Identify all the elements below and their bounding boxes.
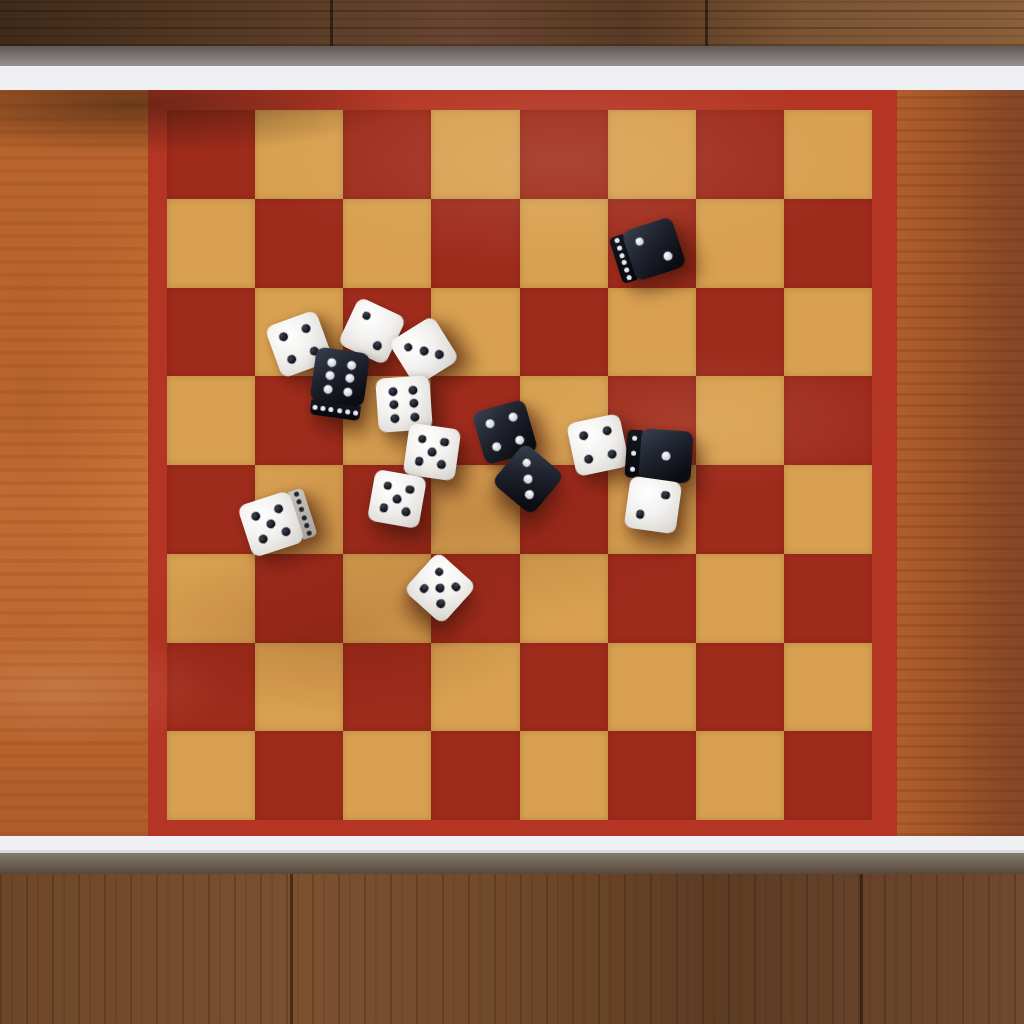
- die-white-5[interactable]: [237, 490, 305, 558]
- side-pip: [294, 491, 300, 497]
- pip: [507, 412, 518, 423]
- pip: [634, 236, 645, 247]
- pip: [491, 441, 502, 452]
- pip: [663, 251, 674, 262]
- side-pip: [320, 406, 326, 412]
- die-white-4[interactable]: [566, 413, 630, 477]
- side-pip: [626, 275, 632, 281]
- side-pip: [301, 514, 307, 520]
- pip: [325, 370, 335, 380]
- pip: [607, 449, 618, 460]
- pip: [418, 583, 430, 595]
- side-pip: [353, 411, 359, 417]
- side-pip: [613, 237, 619, 243]
- die-top-face: [403, 551, 476, 624]
- pip: [258, 533, 270, 545]
- pip: [379, 503, 389, 513]
- side-pip: [336, 408, 342, 414]
- pip: [583, 454, 594, 465]
- pip: [418, 345, 430, 357]
- pip: [523, 489, 535, 501]
- pip: [427, 447, 437, 457]
- die-top-face: [310, 347, 371, 408]
- pip: [327, 357, 337, 367]
- pip: [347, 360, 357, 370]
- pip: [273, 503, 285, 515]
- side-pip: [621, 260, 627, 266]
- pip: [602, 425, 613, 436]
- pip: [345, 373, 355, 383]
- side-pip: [616, 245, 622, 251]
- die-top-face: [403, 423, 462, 482]
- pip: [433, 566, 445, 578]
- pip: [435, 598, 447, 610]
- die-top-face: [638, 428, 694, 484]
- pip: [278, 331, 290, 343]
- side-pip: [630, 451, 635, 456]
- pip: [414, 457, 424, 467]
- die-black-1[interactable]: [638, 428, 694, 484]
- pip: [392, 494, 402, 504]
- table-scene: [0, 0, 1024, 1024]
- pip: [450, 581, 462, 593]
- pip: [402, 341, 414, 353]
- die-top-face: [566, 413, 630, 477]
- pip: [401, 507, 411, 517]
- side-pip: [623, 267, 629, 273]
- side-pip: [618, 252, 624, 258]
- pip: [300, 323, 312, 335]
- side-pip: [299, 506, 305, 512]
- pip: [520, 457, 532, 469]
- pip: [434, 582, 446, 594]
- pip: [286, 353, 298, 365]
- die-top-face: [367, 469, 427, 529]
- die-white-5[interactable]: [403, 423, 462, 482]
- die-black-6[interactable]: [310, 347, 371, 408]
- pip: [434, 349, 446, 361]
- pip: [661, 451, 670, 460]
- side-pip: [307, 530, 313, 536]
- side-pip: [629, 467, 634, 472]
- pip: [372, 340, 384, 352]
- pip: [390, 413, 400, 423]
- pip: [323, 384, 333, 394]
- pip: [417, 434, 427, 444]
- pip: [440, 437, 450, 447]
- die-top-face: [624, 476, 683, 535]
- pip: [661, 490, 671, 500]
- pip: [408, 385, 418, 395]
- pip: [409, 398, 419, 408]
- pip: [250, 511, 262, 523]
- side-pip: [304, 522, 310, 528]
- side-pip: [296, 499, 302, 505]
- pip: [522, 473, 534, 485]
- pip: [265, 518, 277, 530]
- die-white-2[interactable]: [624, 476, 683, 535]
- pip: [383, 481, 393, 491]
- die-white-5[interactable]: [403, 551, 476, 624]
- side-pip: [345, 410, 351, 416]
- pip: [388, 386, 398, 396]
- pip: [405, 485, 415, 495]
- pip: [485, 418, 496, 429]
- pip: [343, 387, 353, 397]
- pip: [280, 526, 292, 538]
- side-pip: [312, 405, 318, 411]
- pip: [437, 460, 447, 470]
- pip: [361, 310, 373, 322]
- side-pip: [328, 407, 334, 413]
- pip: [389, 400, 399, 410]
- pip: [635, 510, 645, 520]
- pip: [410, 412, 420, 422]
- dice-layer: [0, 0, 1024, 1024]
- die-white-5[interactable]: [367, 469, 427, 529]
- pip: [578, 430, 589, 441]
- die-black-2[interactable]: [621, 216, 687, 282]
- side-pip: [632, 435, 637, 440]
